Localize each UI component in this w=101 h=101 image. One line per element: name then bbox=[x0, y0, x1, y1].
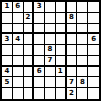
cell-r7c3[interactable] bbox=[24, 67, 35, 78]
cell-r8c1[interactable]: 5 bbox=[2, 77, 13, 88]
cell-r6c3[interactable] bbox=[24, 56, 35, 67]
cell-r4c9[interactable]: 6 bbox=[88, 34, 99, 45]
cell-r9c7[interactable]: 2 bbox=[67, 88, 78, 99]
cell-r2c4[interactable] bbox=[34, 13, 45, 24]
cell-r5c7[interactable] bbox=[67, 45, 78, 56]
cell-r4c5[interactable] bbox=[45, 34, 56, 45]
cell-r2c1[interactable] bbox=[2, 13, 13, 24]
cell-r9c6[interactable] bbox=[56, 88, 67, 99]
cell-r6c6[interactable] bbox=[56, 56, 67, 67]
cell-r9c3[interactable] bbox=[24, 88, 35, 99]
cell-r1c2[interactable]: 6 bbox=[13, 2, 24, 13]
cell-r6c8[interactable] bbox=[77, 56, 88, 67]
cell-r8c9[interactable] bbox=[88, 77, 99, 88]
cell-r2c7[interactable]: 8 bbox=[67, 13, 78, 24]
cell-r5c5[interactable]: 8 bbox=[45, 45, 56, 56]
cell-r3c6[interactable] bbox=[56, 24, 67, 35]
cell-r1c7[interactable] bbox=[67, 2, 78, 13]
cell-r1c6[interactable] bbox=[56, 2, 67, 13]
cell-r7c9[interactable] bbox=[88, 67, 99, 78]
cell-r9c5[interactable] bbox=[45, 88, 56, 99]
cell-r8c6[interactable] bbox=[56, 77, 67, 88]
cell-r5c8[interactable] bbox=[77, 45, 88, 56]
cell-r6c2[interactable] bbox=[13, 56, 24, 67]
cell-r2c3[interactable]: 2 bbox=[24, 13, 35, 24]
cell-r4c4[interactable] bbox=[34, 34, 45, 45]
cell-r9c1[interactable] bbox=[2, 88, 13, 99]
cell-r1c4[interactable]: 3 bbox=[34, 2, 45, 13]
cell-r2c8[interactable] bbox=[77, 13, 88, 24]
cell-r8c8[interactable]: 8 bbox=[77, 77, 88, 88]
cell-r4c6[interactable] bbox=[56, 34, 67, 45]
cell-r1c1[interactable]: 1 bbox=[2, 2, 13, 13]
cell-r4c7[interactable] bbox=[67, 34, 78, 45]
cell-r9c9[interactable] bbox=[88, 88, 99, 99]
cell-r3c9[interactable] bbox=[88, 24, 99, 35]
cell-r9c2[interactable] bbox=[13, 88, 24, 99]
cell-r3c4[interactable] bbox=[34, 24, 45, 35]
cell-r9c8[interactable] bbox=[77, 88, 88, 99]
sudoku-board: 16328346874615782 bbox=[0, 0, 101, 101]
cell-r6c5[interactable]: 7 bbox=[45, 56, 56, 67]
cell-r2c9[interactable] bbox=[88, 13, 99, 24]
cell-r8c4[interactable] bbox=[34, 77, 45, 88]
cell-r3c8[interactable] bbox=[77, 24, 88, 35]
cell-r1c5[interactable] bbox=[45, 2, 56, 13]
cell-r2c6[interactable] bbox=[56, 13, 67, 24]
cell-r1c8[interactable] bbox=[77, 2, 88, 13]
cell-r1c9[interactable] bbox=[88, 2, 99, 13]
cell-r2c2[interactable] bbox=[13, 13, 24, 24]
cell-r7c8[interactable] bbox=[77, 67, 88, 78]
cell-r7c6[interactable]: 1 bbox=[56, 67, 67, 78]
cell-r7c1[interactable]: 4 bbox=[2, 67, 13, 78]
cell-r6c9[interactable] bbox=[88, 56, 99, 67]
cell-r5c9[interactable] bbox=[88, 45, 99, 56]
cell-r9c4[interactable] bbox=[34, 88, 45, 99]
cell-r2c5[interactable] bbox=[45, 13, 56, 24]
cell-r5c6[interactable] bbox=[56, 45, 67, 56]
cell-r6c1[interactable] bbox=[2, 56, 13, 67]
cell-r4c8[interactable] bbox=[77, 34, 88, 45]
cell-r1c3[interactable] bbox=[24, 2, 35, 13]
cell-r4c2[interactable]: 4 bbox=[13, 34, 24, 45]
cell-r8c2[interactable] bbox=[13, 77, 24, 88]
cell-r6c4[interactable] bbox=[34, 56, 45, 67]
cell-r8c7[interactable]: 7 bbox=[67, 77, 78, 88]
cell-r7c2[interactable] bbox=[13, 67, 24, 78]
cell-r8c3[interactable] bbox=[24, 77, 35, 88]
cell-r7c5[interactable] bbox=[45, 67, 56, 78]
cell-r3c3[interactable] bbox=[24, 24, 35, 35]
cell-r3c2[interactable] bbox=[13, 24, 24, 35]
cell-r4c1[interactable]: 3 bbox=[2, 34, 13, 45]
cell-r5c2[interactable] bbox=[13, 45, 24, 56]
cell-r5c1[interactable] bbox=[2, 45, 13, 56]
cell-r8c5[interactable] bbox=[45, 77, 56, 88]
cell-r7c7[interactable] bbox=[67, 67, 78, 78]
cell-r4c3[interactable] bbox=[24, 34, 35, 45]
cell-r3c1[interactable] bbox=[2, 24, 13, 35]
cell-r7c4[interactable]: 6 bbox=[34, 67, 45, 78]
cell-r3c7[interactable] bbox=[67, 24, 78, 35]
cell-r5c4[interactable] bbox=[34, 45, 45, 56]
cell-r3c5[interactable] bbox=[45, 24, 56, 35]
cell-r5c3[interactable] bbox=[24, 45, 35, 56]
cell-r6c7[interactable] bbox=[67, 56, 78, 67]
